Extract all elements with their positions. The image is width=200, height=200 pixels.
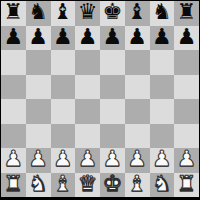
square-a6[interactable] (1, 50, 26, 75)
square-g1[interactable]: ♞ (150, 173, 175, 198)
piece-white-rook[interactable]: ♜ (4, 173, 24, 195)
square-g3[interactable] (150, 124, 175, 149)
square-b5[interactable] (26, 75, 51, 100)
piece-white-knight[interactable]: ♞ (152, 173, 172, 195)
square-a8[interactable]: ♜ (1, 1, 26, 26)
square-d4[interactable] (75, 99, 100, 124)
piece-black-rook[interactable]: ♜ (4, 1, 24, 23)
square-b6[interactable] (26, 50, 51, 75)
square-a3[interactable] (1, 124, 26, 149)
square-g2[interactable]: ♟ (150, 148, 175, 173)
piece-black-pawn[interactable]: ♟ (152, 26, 172, 48)
piece-white-pawn[interactable]: ♟ (78, 148, 98, 170)
square-g5[interactable] (150, 75, 175, 100)
piece-black-pawn[interactable]: ♟ (53, 26, 73, 48)
piece-white-pawn[interactable]: ♟ (127, 148, 147, 170)
piece-black-king[interactable]: ♚ (103, 1, 123, 23)
chess-app-window: ♜♞♝♛♚♝♞♜♟♟♟♟♟♟♟♟♟♟♟♟♟♟♟♟♜♞♝♛♚♝♞♜ (0, 0, 200, 200)
piece-white-pawn[interactable]: ♟ (53, 148, 73, 170)
square-h8[interactable]: ♜ (174, 1, 199, 26)
piece-black-pawn[interactable]: ♟ (4, 26, 24, 48)
square-h1[interactable]: ♜ (174, 173, 199, 198)
square-e7[interactable]: ♟ (100, 26, 125, 51)
square-h7[interactable]: ♟ (174, 26, 199, 51)
square-e4[interactable] (100, 99, 125, 124)
square-c1[interactable]: ♝ (51, 173, 76, 198)
square-f2[interactable]: ♟ (125, 148, 150, 173)
square-b2[interactable]: ♟ (26, 148, 51, 173)
square-e5[interactable] (100, 75, 125, 100)
square-h6[interactable] (174, 50, 199, 75)
square-f8[interactable]: ♝ (125, 1, 150, 26)
square-g4[interactable] (150, 99, 175, 124)
square-g6[interactable] (150, 50, 175, 75)
square-a7[interactable]: ♟ (1, 26, 26, 51)
square-a2[interactable]: ♟ (1, 148, 26, 173)
piece-white-pawn[interactable]: ♟ (4, 148, 24, 170)
square-d5[interactable] (75, 75, 100, 100)
square-e2[interactable]: ♟ (100, 148, 125, 173)
piece-black-bishop[interactable]: ♝ (127, 1, 147, 23)
square-c4[interactable] (51, 99, 76, 124)
piece-black-bishop[interactable]: ♝ (53, 1, 73, 23)
square-h2[interactable]: ♟ (174, 148, 199, 173)
square-d7[interactable]: ♟ (75, 26, 100, 51)
square-c6[interactable] (51, 50, 76, 75)
piece-black-pawn[interactable]: ♟ (177, 26, 197, 48)
piece-white-pawn[interactable]: ♟ (103, 148, 123, 170)
piece-white-bishop[interactable]: ♝ (53, 173, 73, 195)
piece-black-knight[interactable]: ♞ (28, 1, 48, 23)
square-e1[interactable]: ♚ (100, 173, 125, 198)
square-c2[interactable]: ♟ (51, 148, 76, 173)
piece-black-pawn[interactable]: ♟ (28, 26, 48, 48)
square-f7[interactable]: ♟ (125, 26, 150, 51)
square-g8[interactable]: ♞ (150, 1, 175, 26)
square-h3[interactable] (174, 124, 199, 149)
square-b8[interactable]: ♞ (26, 1, 51, 26)
square-f5[interactable] (125, 75, 150, 100)
square-a4[interactable] (1, 99, 26, 124)
square-f1[interactable]: ♝ (125, 173, 150, 198)
square-d8[interactable]: ♛ (75, 1, 100, 26)
square-f4[interactable] (125, 99, 150, 124)
square-a1[interactable]: ♜ (1, 173, 26, 198)
piece-white-pawn[interactable]: ♟ (152, 148, 172, 170)
piece-white-queen[interactable]: ♛ (78, 173, 98, 195)
piece-black-knight[interactable]: ♞ (152, 1, 172, 23)
piece-white-rook[interactable]: ♜ (177, 173, 197, 195)
piece-white-bishop[interactable]: ♝ (127, 173, 147, 195)
piece-white-king[interactable]: ♚ (103, 173, 123, 195)
square-e3[interactable] (100, 124, 125, 149)
piece-white-pawn[interactable]: ♟ (28, 148, 48, 170)
square-c8[interactable]: ♝ (51, 1, 76, 26)
square-d1[interactable]: ♛ (75, 173, 100, 198)
piece-black-rook[interactable]: ♜ (177, 1, 197, 23)
square-b1[interactable]: ♞ (26, 173, 51, 198)
square-d3[interactable] (75, 124, 100, 149)
square-g7[interactable]: ♟ (150, 26, 175, 51)
square-c3[interactable] (51, 124, 76, 149)
piece-white-knight[interactable]: ♞ (28, 173, 48, 195)
piece-black-pawn[interactable]: ♟ (103, 26, 123, 48)
piece-black-pawn[interactable]: ♟ (78, 26, 98, 48)
square-h5[interactable] (174, 75, 199, 100)
chess-board: ♜♞♝♛♚♝♞♜♟♟♟♟♟♟♟♟♟♟♟♟♟♟♟♟♜♞♝♛♚♝♞♜ (1, 1, 199, 197)
piece-white-pawn[interactable]: ♟ (177, 148, 197, 170)
square-a5[interactable] (1, 75, 26, 100)
square-e6[interactable] (100, 50, 125, 75)
square-f3[interactable] (125, 124, 150, 149)
square-c5[interactable] (51, 75, 76, 100)
square-c7[interactable]: ♟ (51, 26, 76, 51)
piece-black-pawn[interactable]: ♟ (127, 26, 147, 48)
square-b7[interactable]: ♟ (26, 26, 51, 51)
square-b3[interactable] (26, 124, 51, 149)
square-e8[interactable]: ♚ (100, 1, 125, 26)
square-d6[interactable] (75, 50, 100, 75)
square-b4[interactable] (26, 99, 51, 124)
square-h4[interactable] (174, 99, 199, 124)
piece-black-queen[interactable]: ♛ (78, 1, 98, 23)
square-d2[interactable]: ♟ (75, 148, 100, 173)
square-f6[interactable] (125, 50, 150, 75)
